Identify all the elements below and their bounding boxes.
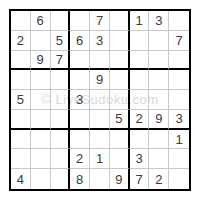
cell-r4c4[interactable] (70, 70, 90, 90)
cell-r7c3[interactable] (51, 130, 71, 150)
cell-r2c7[interactable] (130, 31, 150, 51)
cell-r4c5[interactable]: 9 (90, 70, 110, 90)
cell-r4c7[interactable] (130, 70, 150, 90)
cell-r5c6[interactable] (110, 90, 130, 110)
cell-r9c9[interactable] (169, 169, 189, 189)
cell-r4c6[interactable] (110, 70, 130, 90)
cell-r3c8[interactable] (149, 51, 169, 71)
cell-r7c7[interactable] (130, 130, 150, 150)
cell-r4c2[interactable] (31, 70, 51, 90)
sudoku-board: © LiveSudoku.com 67132563797953529312134… (9, 9, 191, 191)
cell-r6c1[interactable] (11, 110, 31, 130)
cell-r3c7[interactable] (130, 51, 150, 71)
cell-r1c1[interactable] (11, 11, 31, 31)
cell-r5c1[interactable]: 5 (11, 90, 31, 110)
cell-r3c1[interactable] (11, 51, 31, 71)
cell-r3c6[interactable] (110, 51, 130, 71)
cell-r5c4[interactable]: 3 (70, 90, 90, 110)
cell-r3c2[interactable]: 9 (31, 51, 51, 71)
cell-r8c3[interactable] (51, 149, 71, 169)
cell-r1c5[interactable]: 7 (90, 11, 110, 31)
cell-r8c6[interactable] (110, 149, 130, 169)
cell-r9c8[interactable]: 2 (149, 169, 169, 189)
sudoku-page: © LiveSudoku.com 67132563797953529312134… (0, 0, 200, 200)
cell-r8c8[interactable] (149, 149, 169, 169)
cell-r7c4[interactable] (70, 130, 90, 150)
cell-r8c5[interactable]: 1 (90, 149, 110, 169)
cell-r8c1[interactable] (11, 149, 31, 169)
cell-r9c2[interactable] (31, 169, 51, 189)
cell-r8c4[interactable]: 2 (70, 149, 90, 169)
cell-r3c4[interactable] (70, 51, 90, 71)
cell-r7c1[interactable] (11, 130, 31, 150)
cell-r2c8[interactable] (149, 31, 169, 51)
cell-r6c3[interactable] (51, 110, 71, 130)
cell-r8c2[interactable] (31, 149, 51, 169)
cell-r4c8[interactable] (149, 70, 169, 90)
cell-r1c2[interactable]: 6 (31, 11, 51, 31)
cell-r2c6[interactable] (110, 31, 130, 51)
cell-r2c9[interactable]: 7 (169, 31, 189, 51)
cell-r1c9[interactable] (169, 11, 189, 31)
cell-r4c9[interactable] (169, 70, 189, 90)
cell-r5c8[interactable] (149, 90, 169, 110)
cell-r6c6[interactable]: 5 (110, 110, 130, 130)
cell-r6c9[interactable]: 3 (169, 110, 189, 130)
cell-r6c5[interactable] (90, 110, 110, 130)
cell-r9c1[interactable]: 4 (11, 169, 31, 189)
cell-r4c3[interactable] (51, 70, 71, 90)
cell-r3c3[interactable]: 7 (51, 51, 71, 71)
cell-r6c8[interactable]: 9 (149, 110, 169, 130)
cell-r2c4[interactable]: 6 (70, 31, 90, 51)
cell-r7c6[interactable] (110, 130, 130, 150)
cell-r2c1[interactable]: 2 (11, 31, 31, 51)
cell-r7c9[interactable]: 1 (169, 130, 189, 150)
cell-r5c7[interactable] (130, 90, 150, 110)
cell-r6c7[interactable]: 2 (130, 110, 150, 130)
cell-r2c3[interactable]: 5 (51, 31, 71, 51)
cell-r7c8[interactable] (149, 130, 169, 150)
cell-r2c5[interactable]: 3 (90, 31, 110, 51)
cell-r3c9[interactable] (169, 51, 189, 71)
cell-r9c5[interactable] (90, 169, 110, 189)
cell-r1c4[interactable] (70, 11, 90, 31)
cell-r9c6[interactable]: 9 (110, 169, 130, 189)
cell-r2c2[interactable] (31, 31, 51, 51)
cell-r9c7[interactable]: 7 (130, 169, 150, 189)
cell-r5c2[interactable] (31, 90, 51, 110)
cell-r8c9[interactable] (169, 149, 189, 169)
cell-r5c3[interactable] (51, 90, 71, 110)
cell-r9c4[interactable]: 8 (70, 169, 90, 189)
cell-r1c8[interactable]: 3 (149, 11, 169, 31)
cell-r1c6[interactable] (110, 11, 130, 31)
cell-r9c3[interactable] (51, 169, 71, 189)
cell-r6c2[interactable] (31, 110, 51, 130)
cell-r1c3[interactable] (51, 11, 71, 31)
cell-r6c4[interactable] (70, 110, 90, 130)
cell-r5c5[interactable] (90, 90, 110, 110)
cell-r3c5[interactable] (90, 51, 110, 71)
cell-r4c1[interactable] (11, 70, 31, 90)
cell-r7c2[interactable] (31, 130, 51, 150)
cell-r1c7[interactable]: 1 (130, 11, 150, 31)
cell-r8c7[interactable]: 3 (130, 149, 150, 169)
cell-r5c9[interactable] (169, 90, 189, 110)
cell-r7c5[interactable] (90, 130, 110, 150)
